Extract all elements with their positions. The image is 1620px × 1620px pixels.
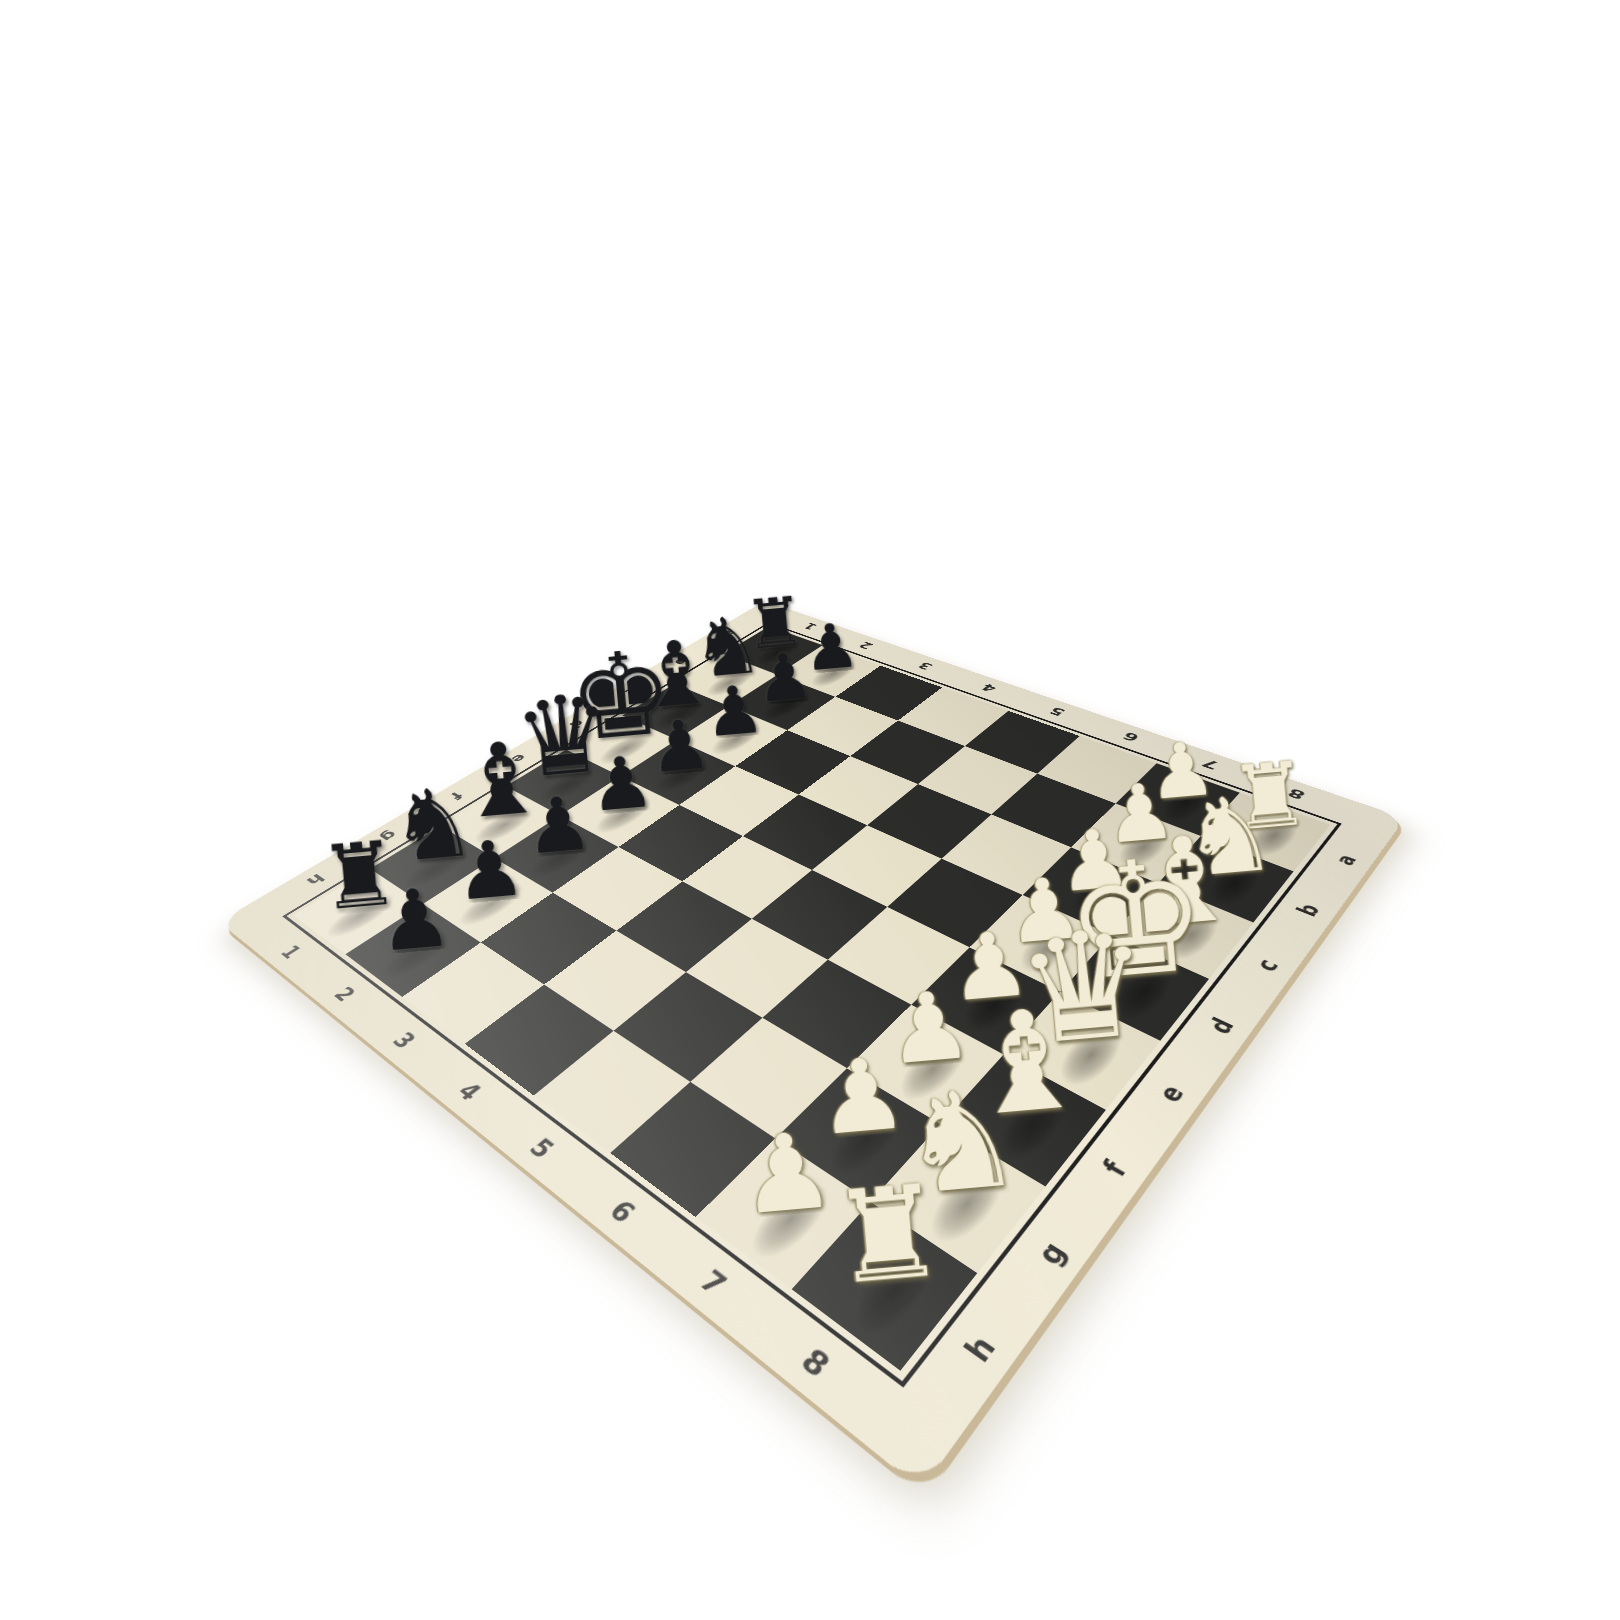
- chess-board: ♜♞♝♛♚♝♞♜♟♟♟♟♟♟♟♟♟♟♟♟♟♟♟♟♜♞♝♛♚♝♞♜ hgfedcb…: [219, 601, 1405, 1490]
- square-b5: [918, 746, 1037, 814]
- rank-label-right-5: 5: [1023, 690, 1090, 733]
- chess-board-photo: ♜♞♝♛♚♝♞♜♟♟♟♟♟♟♟♟♟♟♟♟♟♟♟♟♜♞♝♛♚♝♞♜ hgfedcb…: [356, 414, 1268, 1326]
